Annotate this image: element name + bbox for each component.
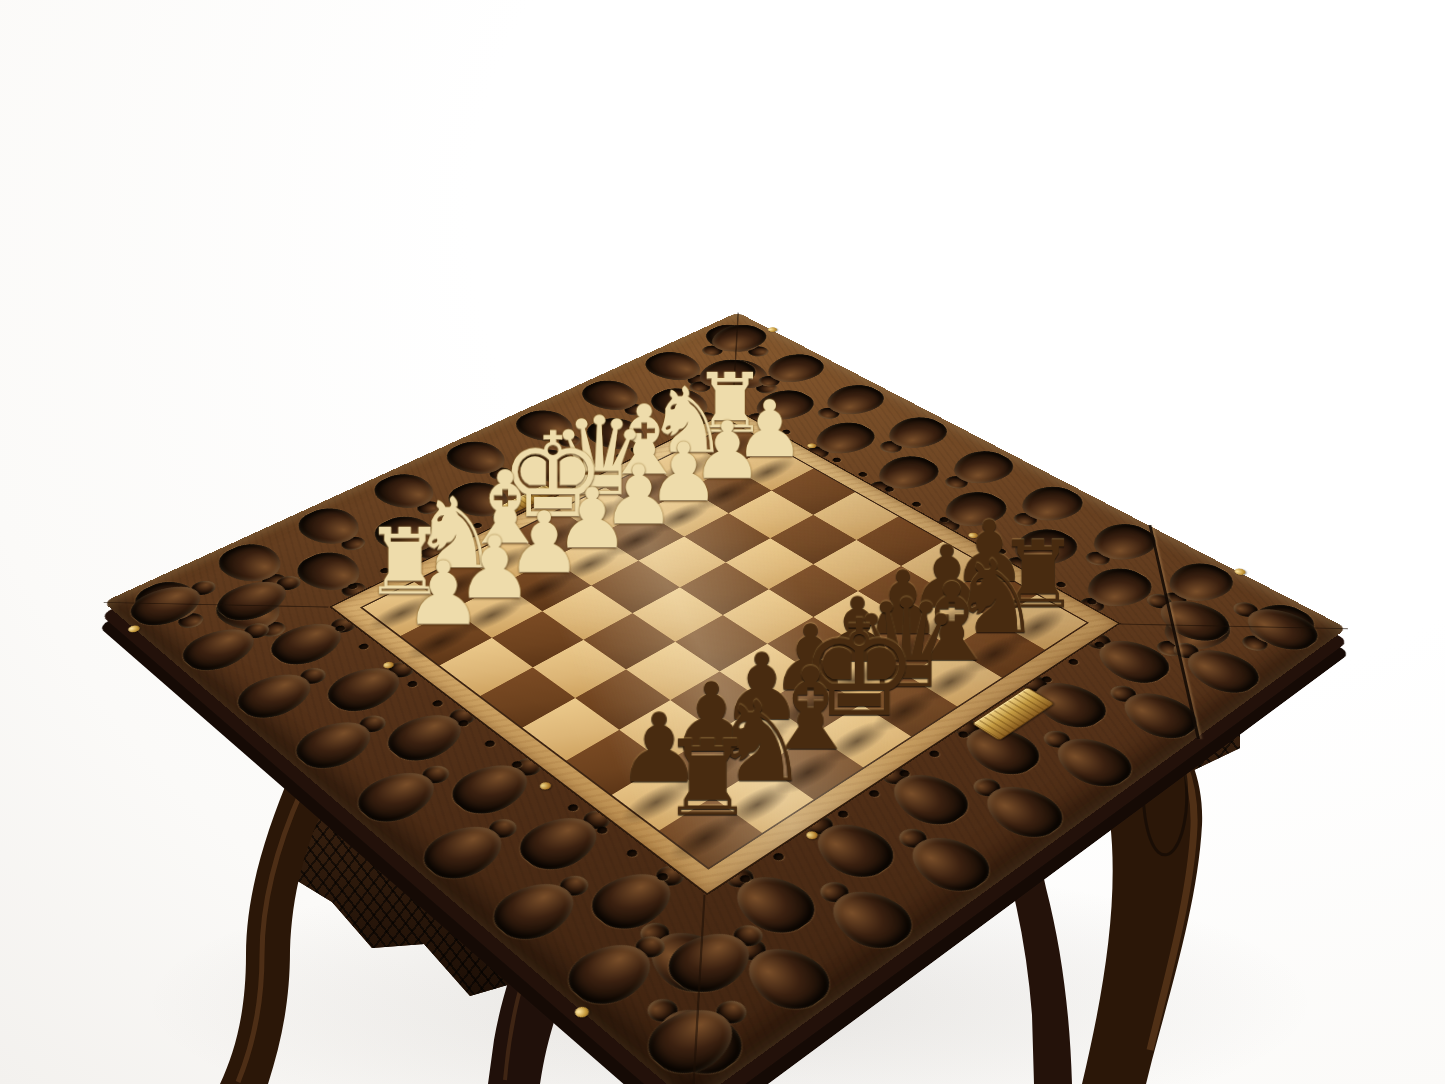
product-photo-scene: ♜♞♝♛♚♝♞♜♟♟♟♟♟♟♟♟♟♟♟♟♟♟♟♟♜♞♝♛♚♝♞♜	[0, 0, 1445, 1084]
piece-black-rook: ♜	[628, 718, 787, 832]
table-leg-left	[220, 770, 330, 1084]
piece-white-pawn: ♟	[372, 542, 514, 637]
